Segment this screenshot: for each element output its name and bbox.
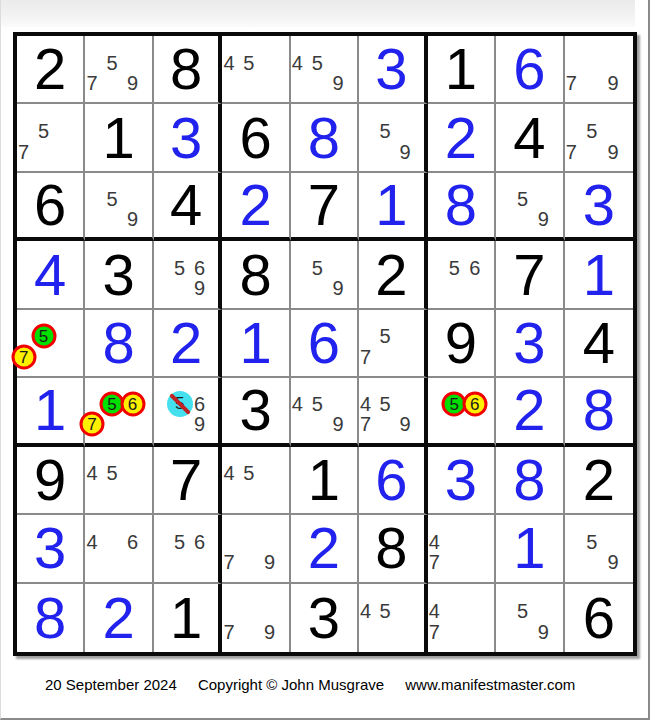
candidate-4: 4 — [292, 394, 303, 414]
candidate-7: 7 — [360, 414, 371, 434]
candidate-5: 5 — [312, 394, 323, 414]
candidate-6: 6 — [194, 394, 205, 414]
cell-r2c7[interactable]: 2 — [428, 104, 496, 172]
cell-r1c7[interactable]: 1 — [428, 36, 496, 104]
cell-r5c4[interactable]: 1 — [222, 310, 290, 378]
title-bar — [1, 0, 635, 27]
candidate-5: 5 — [312, 53, 323, 73]
candidate-5: 5 — [174, 258, 185, 278]
given-digit: 9 — [34, 451, 66, 509]
candidate-9: 9 — [332, 278, 343, 298]
candidate-5-green-highlight: 5 — [31, 324, 56, 349]
given-digit: 2 — [375, 246, 407, 304]
candidate-5: 5 — [517, 601, 528, 621]
candidate-5: 5 — [449, 258, 460, 278]
cell-r3c9[interactable]: 3 — [565, 173, 633, 241]
cell-r4c6[interactable]: 2 — [359, 241, 427, 309]
cell-r9c9[interactable]: 6 — [565, 584, 633, 652]
cell-r5c6[interactable]: 57 — [359, 310, 427, 378]
candidate-7: 7 — [360, 347, 371, 367]
cell-r3c4[interactable]: 2 — [222, 173, 290, 241]
given-digit: 6 — [34, 176, 66, 234]
given-digit: 3 — [308, 589, 340, 647]
solved-digit: 6 — [375, 451, 407, 509]
given-digit: 6 — [583, 589, 615, 647]
given-digit: 3 — [239, 381, 271, 439]
cell-r8c7[interactable]: 47 — [428, 515, 496, 583]
cell-r6c6[interactable]: 4579 — [359, 378, 427, 446]
cell-r2c1[interactable]: 57 — [17, 104, 85, 172]
cell-r1c4[interactable]: 45 — [222, 36, 290, 104]
solved-digit: 1 — [34, 381, 66, 439]
cell-r4c7[interactable]: 56 — [428, 241, 496, 309]
cell-r2c2[interactable]: 1 — [85, 104, 153, 172]
solved-digit: 3 — [513, 314, 545, 372]
candidate-5: 5 — [106, 53, 117, 73]
cell-r7c6[interactable]: 6 — [359, 447, 427, 515]
cell-r8c4[interactable]: 79 — [222, 515, 290, 583]
candidate-4: 4 — [429, 532, 440, 552]
given-digit: 3 — [103, 246, 135, 304]
given-digit: 7 — [513, 246, 545, 304]
cell-r3c1[interactable]: 6 — [17, 173, 85, 241]
cell-r9c7[interactable]: 47 — [428, 584, 496, 652]
cell-r6c7[interactable]: 56 — [428, 378, 496, 446]
cell-r3c2[interactable]: 59 — [85, 173, 153, 241]
candidate-9: 9 — [608, 73, 619, 93]
candidate-5: 5 — [38, 121, 49, 141]
cell-r6c8[interactable]: 2 — [496, 378, 564, 446]
solved-digit: 1 — [239, 314, 271, 372]
candidate-6-yellow-highlight: 6 — [462, 391, 487, 416]
candidate-4: 4 — [223, 53, 234, 73]
cell-r8c2[interactable]: 46 — [85, 515, 153, 583]
given-digit: 4 — [170, 176, 202, 234]
candidate-5: 5 — [243, 463, 254, 483]
footer-copyright: Copyright © John Musgrave — [198, 676, 384, 693]
cell-r8c1[interactable]: 3 — [17, 515, 85, 583]
candidate-7: 7 — [223, 622, 234, 642]
given-digit: 1 — [308, 451, 340, 509]
candidate-5: 5 — [586, 121, 597, 141]
solved-digit: 1 — [513, 519, 545, 577]
cell-r7c9[interactable]: 2 — [565, 447, 633, 515]
given-digit: 4 — [583, 314, 615, 372]
given-digit: 8 — [375, 519, 407, 577]
cell-r7c3[interactable]: 7 — [154, 447, 222, 515]
given-digit: 1 — [445, 40, 477, 98]
candidate-9: 9 — [399, 142, 410, 162]
candidate-9: 9 — [127, 209, 138, 229]
cell-r1c6[interactable]: 3 — [359, 36, 427, 104]
cell-r8c6[interactable]: 8 — [359, 515, 427, 583]
cell-r2c9[interactable]: 579 — [565, 104, 633, 172]
solved-digit: 8 — [308, 109, 340, 167]
cell-r2c6[interactable]: 59 — [359, 104, 427, 172]
cell-r5c7[interactable]: 9 — [428, 310, 496, 378]
given-digit: 8 — [239, 246, 271, 304]
given-digit: 4 — [513, 109, 545, 167]
candidate-5: 5 — [106, 463, 117, 483]
given-digit: 7 — [308, 176, 340, 234]
cell-r5c5[interactable]: 6 — [291, 310, 359, 378]
cell-r4c9[interactable]: 1 — [565, 241, 633, 309]
candidate-5-cyan-strike-highlight: 5 — [167, 391, 193, 417]
solved-digit: 2 — [170, 314, 202, 372]
cell-r7c1[interactable]: 9 — [17, 447, 85, 515]
cell-r6c5[interactable]: 459 — [291, 378, 359, 446]
cell-r7c2[interactable]: 45 — [85, 447, 153, 515]
candidate-9: 9 — [127, 73, 138, 93]
cell-r5c9[interactable]: 4 — [565, 310, 633, 378]
candidate-5: 5 — [379, 394, 390, 414]
given-digit: 1 — [103, 109, 135, 167]
candidate-5: 5 — [312, 258, 323, 278]
candidate-6-yellow-highlight: 6 — [120, 391, 145, 416]
cell-r6c4[interactable]: 3 — [222, 378, 290, 446]
candidate-7: 7 — [223, 552, 234, 572]
candidate-7-yellow-highlight: 7 — [11, 344, 36, 369]
candidate-9: 9 — [538, 209, 549, 229]
given-digit: 2 — [34, 40, 66, 98]
given-digit: 7 — [170, 451, 202, 509]
solved-digit: 3 — [583, 176, 615, 234]
cell-r1c3[interactable]: 8 — [154, 36, 222, 104]
cell-r9c2[interactable]: 2 — [85, 584, 153, 652]
solved-digit: 2 — [308, 519, 340, 577]
solved-digit: 8 — [445, 176, 477, 234]
cell-r1c5[interactable]: 459 — [291, 36, 359, 104]
cell-r3c6[interactable]: 1 — [359, 173, 427, 241]
candidate-5: 5 — [379, 601, 390, 621]
candidate-5: 5 — [106, 189, 117, 209]
given-digit: 2 — [583, 451, 615, 509]
candidate-7-yellow-highlight: 7 — [80, 411, 105, 436]
cell-r4c8[interactable]: 7 — [496, 241, 564, 309]
candidate-9: 9 — [194, 278, 205, 298]
candidate-9: 9 — [332, 414, 343, 434]
solved-digit: 6 — [308, 314, 340, 372]
candidate-5: 5 — [379, 121, 390, 141]
solved-digit: 2 — [103, 589, 135, 647]
cell-r9c6[interactable]: 45 — [359, 584, 427, 652]
cell-r6c2[interactable]: 567 — [85, 378, 153, 446]
cell-r7c4[interactable]: 45 — [222, 447, 290, 515]
solved-digit: 1 — [375, 176, 407, 234]
solved-digit: 3 — [170, 109, 202, 167]
candidate-9: 9 — [608, 552, 619, 572]
solved-digit: 6 — [513, 40, 545, 98]
cell-r7c8[interactable]: 8 — [496, 447, 564, 515]
candidate-4: 4 — [292, 53, 303, 73]
given-digit: 6 — [239, 109, 271, 167]
footer-website: www.manifestmaster.com — [405, 676, 575, 693]
cell-r8c3[interactable]: 56 — [154, 515, 222, 583]
cell-r8c5[interactable]: 2 — [291, 515, 359, 583]
candidate-7: 7 — [429, 552, 440, 572]
candidate-4: 4 — [360, 394, 371, 414]
cell-r7c5[interactable]: 1 — [291, 447, 359, 515]
solved-digit: 1 — [583, 246, 615, 304]
cell-r5c1[interactable]: 57 — [17, 310, 85, 378]
cell-r5c3[interactable]: 2 — [154, 310, 222, 378]
cell-r2c8[interactable]: 4 — [496, 104, 564, 172]
candidate-6: 6 — [194, 532, 205, 552]
candidate-4: 4 — [87, 463, 98, 483]
candidate-5: 5 — [379, 326, 390, 346]
solved-digit: 8 — [103, 314, 135, 372]
solved-digit: 3 — [445, 451, 477, 509]
solved-digit: 3 — [34, 519, 66, 577]
cell-r8c8[interactable]: 1 — [496, 515, 564, 583]
cell-r9c8[interactable]: 59 — [496, 584, 564, 652]
cell-r9c5[interactable]: 3 — [291, 584, 359, 652]
cell-r6c1[interactable]: 1 — [17, 378, 85, 446]
cell-r1c8[interactable]: 6 — [496, 36, 564, 104]
candidate-9: 9 — [332, 73, 343, 93]
candidate-5: 5 — [517, 189, 528, 209]
solved-digit: 2 — [445, 109, 477, 167]
candidate-9: 9 — [608, 142, 619, 162]
cell-r4c2[interactable]: 3 — [85, 241, 153, 309]
cell-r6c3[interactable]: 569 — [154, 378, 222, 446]
cell-r7c7[interactable]: 3 — [428, 447, 496, 515]
solved-digit: 2 — [513, 381, 545, 439]
candidate-7: 7 — [18, 142, 29, 162]
candidate-4: 4 — [87, 532, 98, 552]
given-digit: 1 — [170, 589, 202, 647]
cell-r4c4[interactable]: 8 — [222, 241, 290, 309]
candidate-6: 6 — [127, 532, 138, 552]
solved-digit: 3 — [375, 40, 407, 98]
solved-digit: 8 — [513, 451, 545, 509]
cell-r3c3[interactable]: 4 — [154, 173, 222, 241]
given-digit: 9 — [445, 314, 477, 372]
cell-r9c4[interactable]: 79 — [222, 584, 290, 652]
solved-digit: 8 — [583, 381, 615, 439]
cell-r6c9[interactable]: 8 — [565, 378, 633, 446]
cell-r2c5[interactable]: 8 — [291, 104, 359, 172]
cell-r2c3[interactable]: 3 — [154, 104, 222, 172]
cell-r3c7[interactable]: 8 — [428, 173, 496, 241]
footer-date: 20 September 2024 — [45, 676, 177, 693]
cell-r9c3[interactable]: 1 — [154, 584, 222, 652]
footer: 20 September 2024 Copyright © John Musgr… — [45, 676, 592, 693]
candidate-9: 9 — [194, 414, 205, 434]
solved-digit: 2 — [239, 176, 271, 234]
candidate-4: 4 — [429, 601, 440, 621]
candidate-7: 7 — [87, 73, 98, 93]
cell-r4c5[interactable]: 59 — [291, 241, 359, 309]
candidate-7: 7 — [429, 622, 440, 642]
candidate-5: 5 — [243, 53, 254, 73]
candidate-9: 9 — [399, 414, 410, 434]
candidate-9: 9 — [264, 552, 275, 572]
candidate-7: 7 — [566, 73, 577, 93]
cell-r1c2[interactable]: 579 — [85, 36, 153, 104]
cell-r5c8[interactable]: 3 — [496, 310, 564, 378]
candidate-5: 5 — [586, 532, 597, 552]
candidate-9: 9 — [538, 622, 549, 642]
sudoku-grid: 2579845459316795713685924579659427185934… — [13, 32, 637, 656]
cell-r3c5[interactable]: 7 — [291, 173, 359, 241]
solved-digit: 4 — [34, 246, 66, 304]
given-digit: 8 — [170, 40, 202, 98]
candidate-7: 7 — [566, 142, 577, 162]
cell-r4c3[interactable]: 569 — [154, 241, 222, 309]
solved-digit: 8 — [34, 589, 66, 647]
candidate-6: 6 — [469, 258, 480, 278]
cell-r5c2[interactable]: 8 — [85, 310, 153, 378]
cell-r4c1[interactable]: 4 — [17, 241, 85, 309]
cell-r1c1[interactable]: 2 — [17, 36, 85, 104]
cell-r1c9[interactable]: 79 — [565, 36, 633, 104]
cell-r2c4[interactable]: 6 — [222, 104, 290, 172]
cell-r3c8[interactable]: 59 — [496, 173, 564, 241]
candidate-4: 4 — [360, 601, 371, 621]
cell-r9c1[interactable]: 8 — [17, 584, 85, 652]
candidate-6: 6 — [194, 258, 205, 278]
candidate-5: 5 — [174, 532, 185, 552]
candidate-4: 4 — [223, 463, 234, 483]
candidate-9: 9 — [264, 622, 275, 642]
cell-r8c9[interactable]: 59 — [565, 515, 633, 583]
